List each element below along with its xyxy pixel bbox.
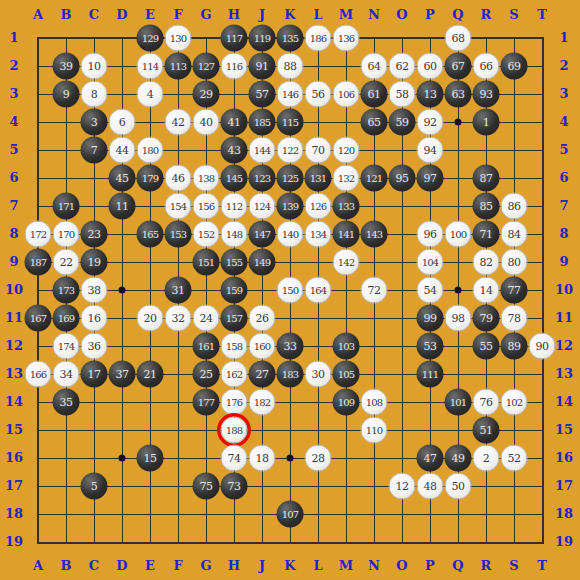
stone-move-number: 91 — [256, 61, 269, 72]
stone-J6[interactable]: 123 — [249, 165, 276, 192]
stone-H5[interactable]: 43 — [221, 137, 248, 164]
stone-B2[interactable]: 39 — [53, 53, 80, 80]
stone-move-number: 134 — [310, 229, 327, 240]
stone-move-number: 149 — [254, 257, 271, 268]
stone-move-number: 38 — [88, 285, 101, 296]
stone-move-number: 103 — [338, 341, 355, 352]
stone-H12[interactable]: 158 — [221, 333, 248, 360]
column-label-bottom: L — [304, 559, 332, 573]
stone-Q3[interactable]: 63 — [445, 81, 472, 108]
stone-E5[interactable]: 180 — [137, 137, 164, 164]
stone-S9[interactable]: 80 — [501, 249, 528, 276]
stone-move-number: 62 — [396, 61, 409, 72]
stone-move-number: 133 — [338, 201, 355, 212]
stone-N4[interactable]: 65 — [361, 109, 388, 136]
stone-move-number: 39 — [60, 61, 73, 72]
row-label-right: 13 — [552, 367, 576, 381]
stone-S7[interactable]: 86 — [501, 193, 528, 220]
stone-K10[interactable]: 150 — [277, 277, 304, 304]
row-label-right: 4 — [552, 115, 576, 129]
stone-move-number: 77 — [508, 285, 521, 296]
stone-move-number: 122 — [282, 145, 299, 156]
stone-M3[interactable]: 106 — [333, 81, 360, 108]
stone-move-number: 142 — [338, 257, 355, 268]
stone-E6[interactable]: 179 — [137, 165, 164, 192]
stone-N8[interactable]: 143 — [361, 221, 388, 248]
stone-H6[interactable]: 145 — [221, 165, 248, 192]
stone-S2[interactable]: 69 — [501, 53, 528, 80]
stone-A13[interactable]: 166 — [25, 361, 52, 388]
stone-N2[interactable]: 64 — [361, 53, 388, 80]
stone-move-number: 12 — [396, 481, 409, 492]
stone-N10[interactable]: 72 — [361, 277, 388, 304]
stone-move-number: 140 — [282, 229, 299, 240]
stone-J1[interactable]: 119 — [249, 25, 276, 52]
stone-move-number: 25 — [200, 369, 213, 380]
stone-K3[interactable]: 146 — [277, 81, 304, 108]
stone-A9[interactable]: 187 — [25, 249, 52, 276]
stone-M1[interactable]: 136 — [333, 25, 360, 52]
row-label-left: 16 — [2, 451, 26, 465]
column-label-top: O — [388, 8, 416, 22]
stone-B3[interactable]: 9 — [53, 81, 80, 108]
stone-T12[interactable]: 90 — [529, 333, 556, 360]
column-label-bottom: O — [388, 559, 416, 573]
stone-R10[interactable]: 14 — [473, 277, 500, 304]
stone-L7[interactable]: 126 — [305, 193, 332, 220]
stone-Q17[interactable]: 50 — [445, 473, 472, 500]
stone-F11[interactable]: 32 — [165, 305, 192, 332]
row-label-left: 6 — [2, 171, 26, 185]
stone-M12[interactable]: 103 — [333, 333, 360, 360]
stone-F10[interactable]: 31 — [165, 277, 192, 304]
stone-R8[interactable]: 71 — [473, 221, 500, 248]
stone-P11[interactable]: 99 — [417, 305, 444, 332]
stone-move-number: 171 — [58, 201, 75, 212]
stone-P6[interactable]: 97 — [417, 165, 444, 192]
stone-K7[interactable]: 139 — [277, 193, 304, 220]
stone-A8[interactable]: 172 — [25, 221, 52, 248]
stone-C13[interactable]: 17 — [81, 361, 108, 388]
column-label-bottom: T — [528, 559, 556, 573]
stone-move-number: 144 — [254, 145, 271, 156]
stone-C9[interactable]: 19 — [81, 249, 108, 276]
stone-G2[interactable]: 127 — [193, 53, 220, 80]
stone-move-number: 104 — [422, 257, 439, 268]
stone-B12[interactable]: 174 — [53, 333, 80, 360]
stone-move-number: 155 — [226, 257, 243, 268]
column-label-top: E — [136, 8, 164, 22]
stone-move-number: 105 — [338, 369, 355, 380]
stone-L6[interactable]: 131 — [305, 165, 332, 192]
stone-move-number: 120 — [338, 145, 355, 156]
stone-K8[interactable]: 140 — [277, 221, 304, 248]
stone-L1[interactable]: 186 — [305, 25, 332, 52]
stone-E13[interactable]: 21 — [137, 361, 164, 388]
row-label-left: 10 — [2, 283, 26, 297]
stone-E2[interactable]: 114 — [137, 53, 164, 80]
stone-Q2[interactable]: 67 — [445, 53, 472, 80]
stone-move-number: 151 — [198, 257, 215, 268]
stone-move-number: 33 — [284, 341, 297, 352]
stone-move-number: 108 — [366, 397, 383, 408]
stone-B13[interactable]: 34 — [53, 361, 80, 388]
stone-H8[interactable]: 148 — [221, 221, 248, 248]
stone-O2[interactable]: 62 — [389, 53, 416, 80]
stone-move-number: 68 — [452, 33, 465, 44]
row-label-left: 8 — [2, 227, 26, 241]
stone-F6[interactable]: 46 — [165, 165, 192, 192]
stone-L8[interactable]: 134 — [305, 221, 332, 248]
stone-move-number: 127 — [198, 61, 215, 72]
stone-N3[interactable]: 61 — [361, 81, 388, 108]
stone-B10[interactable]: 173 — [53, 277, 80, 304]
stone-move-number: 123 — [254, 173, 271, 184]
stone-move-number: 132 — [338, 173, 355, 184]
stone-move-number: 76 — [480, 397, 493, 408]
stone-R4[interactable]: 1 — [473, 109, 500, 136]
stone-Q1[interactable]: 68 — [445, 25, 472, 52]
stone-move-number: 79 — [480, 313, 493, 324]
stone-R7[interactable]: 85 — [473, 193, 500, 220]
stone-move-number: 102 — [506, 397, 523, 408]
stone-move-number: 162 — [226, 369, 243, 380]
row-label-right: 19 — [552, 535, 576, 549]
stone-A11[interactable]: 167 — [25, 305, 52, 332]
stone-move-number: 145 — [226, 173, 243, 184]
stone-move-number: 86 — [508, 201, 521, 212]
go-board: AABBCCDDEEFFGGHHJJKKLLMMNNOOPPQQRRSSTT11… — [0, 0, 580, 580]
stone-O4[interactable]: 59 — [389, 109, 416, 136]
stone-B8[interactable]: 170 — [53, 221, 80, 248]
stone-F8[interactable]: 153 — [165, 221, 192, 248]
stone-move-number: 159 — [226, 285, 243, 296]
stone-move-number: 98 — [452, 313, 465, 324]
row-label-right: 11 — [552, 311, 576, 325]
stone-move-number: 111 — [422, 369, 439, 380]
stone-C4[interactable]: 3 — [81, 109, 108, 136]
stone-L5[interactable]: 70 — [305, 137, 332, 164]
stone-G17[interactable]: 75 — [193, 473, 220, 500]
stone-R2[interactable]: 66 — [473, 53, 500, 80]
stone-K2[interactable]: 88 — [277, 53, 304, 80]
stone-O3[interactable]: 58 — [389, 81, 416, 108]
column-label-top: G — [192, 8, 220, 22]
column-label-top: C — [80, 8, 108, 22]
stone-G3[interactable]: 29 — [193, 81, 220, 108]
stone-move-number: 65 — [368, 117, 381, 128]
stone-move-number: 116 — [226, 61, 243, 72]
stone-M14[interactable]: 109 — [333, 389, 360, 416]
stone-G8[interactable]: 152 — [193, 221, 220, 248]
star-point — [287, 455, 294, 462]
stone-E16[interactable]: 15 — [137, 445, 164, 472]
stone-move-number: 156 — [198, 201, 215, 212]
stone-move-number: 48 — [424, 481, 437, 492]
stone-P10[interactable]: 54 — [417, 277, 444, 304]
stone-move-number: 22 — [60, 257, 73, 268]
stone-F4[interactable]: 42 — [165, 109, 192, 136]
stone-D4[interactable]: 6 — [109, 109, 136, 136]
stone-H10[interactable]: 159 — [221, 277, 248, 304]
stone-G11[interactable]: 24 — [193, 305, 220, 332]
stone-P13[interactable]: 111 — [417, 361, 444, 388]
stone-move-number: 69 — [508, 61, 521, 72]
stone-B14[interactable]: 35 — [53, 389, 80, 416]
column-label-top: M — [332, 8, 360, 22]
stone-move-number: 70 — [312, 145, 325, 156]
stone-C10[interactable]: 38 — [81, 277, 108, 304]
stone-R12[interactable]: 55 — [473, 333, 500, 360]
stone-Q14[interactable]: 101 — [445, 389, 472, 416]
stone-R3[interactable]: 93 — [473, 81, 500, 108]
stone-H7[interactable]: 112 — [221, 193, 248, 220]
row-label-right: 7 — [552, 199, 576, 213]
stone-move-number: 115 — [282, 117, 299, 128]
stone-R6[interactable]: 87 — [473, 165, 500, 192]
stone-H14[interactable]: 176 — [221, 389, 248, 416]
stone-S8[interactable]: 84 — [501, 221, 528, 248]
stone-R15[interactable]: 51 — [473, 417, 500, 444]
stone-J13[interactable]: 27 — [249, 361, 276, 388]
row-label-left: 3 — [2, 87, 26, 101]
stone-E1[interactable]: 129 — [137, 25, 164, 52]
stone-R11[interactable]: 79 — [473, 305, 500, 332]
row-label-left: 1 — [2, 31, 26, 45]
stone-G13[interactable]: 25 — [193, 361, 220, 388]
stone-J11[interactable]: 26 — [249, 305, 276, 332]
stone-move-number: 73 — [228, 481, 241, 492]
stone-G4[interactable]: 40 — [193, 109, 220, 136]
stone-H13[interactable]: 162 — [221, 361, 248, 388]
stone-move-number: 93 — [480, 89, 493, 100]
stone-move-number: 53 — [424, 341, 437, 352]
stone-H9[interactable]: 155 — [221, 249, 248, 276]
column-label-top: L — [304, 8, 332, 22]
stone-F2[interactable]: 113 — [165, 53, 192, 80]
stone-L3[interactable]: 56 — [305, 81, 332, 108]
stone-G6[interactable]: 138 — [193, 165, 220, 192]
stone-S16[interactable]: 52 — [501, 445, 528, 472]
stone-move-number: 185 — [254, 117, 271, 128]
stone-move-number: 37 — [116, 369, 129, 380]
stone-E11[interactable]: 20 — [137, 305, 164, 332]
stone-move-number: 97 — [424, 173, 437, 184]
stone-O6[interactable]: 95 — [389, 165, 416, 192]
stone-N15[interactable]: 110 — [361, 417, 388, 444]
stone-move-number: 16 — [88, 313, 101, 324]
stone-C11[interactable]: 16 — [81, 305, 108, 332]
stone-move-number: 161 — [198, 341, 215, 352]
stone-K13[interactable]: 183 — [277, 361, 304, 388]
stone-L13[interactable]: 30 — [305, 361, 332, 388]
stone-P5[interactable]: 94 — [417, 137, 444, 164]
stone-move-number: 31 — [172, 285, 185, 296]
stone-H15[interactable]: 188 — [221, 417, 248, 444]
stone-move-number: 166 — [30, 369, 47, 380]
row-label-left: 12 — [2, 339, 26, 353]
stone-M8[interactable]: 141 — [333, 221, 360, 248]
stone-M5[interactable]: 120 — [333, 137, 360, 164]
row-label-left: 14 — [2, 395, 26, 409]
stone-O17[interactable]: 12 — [389, 473, 416, 500]
stone-N6[interactable]: 121 — [361, 165, 388, 192]
stone-move-number: 177 — [198, 397, 215, 408]
column-label-bottom: G — [192, 559, 220, 573]
stone-B11[interactable]: 169 — [53, 305, 80, 332]
stone-E8[interactable]: 165 — [137, 221, 164, 248]
stone-G9[interactable]: 151 — [193, 249, 220, 276]
stone-move-number: 46 — [172, 173, 185, 184]
stone-H4[interactable]: 41 — [221, 109, 248, 136]
stone-P4[interactable]: 92 — [417, 109, 444, 136]
stone-D13[interactable]: 37 — [109, 361, 136, 388]
row-label-left: 18 — [2, 507, 26, 521]
stone-M6[interactable]: 132 — [333, 165, 360, 192]
stone-M9[interactable]: 142 — [333, 249, 360, 276]
stone-Q11[interactable]: 98 — [445, 305, 472, 332]
stone-move-number: 42 — [172, 117, 185, 128]
stone-move-number: 14 — [480, 285, 493, 296]
star-point — [119, 287, 126, 294]
stone-move-number: 164 — [310, 285, 327, 296]
stone-R14[interactable]: 76 — [473, 389, 500, 416]
stone-K12[interactable]: 33 — [277, 333, 304, 360]
row-label-left: 5 — [2, 143, 26, 157]
stone-move-number: 78 — [508, 313, 521, 324]
stone-move-number: 157 — [226, 313, 243, 324]
stone-N14[interactable]: 108 — [361, 389, 388, 416]
row-label-right: 17 — [552, 479, 576, 493]
stone-J7[interactable]: 124 — [249, 193, 276, 220]
stone-Q8[interactable]: 100 — [445, 221, 472, 248]
stone-K6[interactable]: 125 — [277, 165, 304, 192]
stone-C8[interactable]: 23 — [81, 221, 108, 248]
stone-move-number: 112 — [226, 201, 243, 212]
stone-K18[interactable]: 107 — [277, 501, 304, 528]
stone-J16[interactable]: 18 — [249, 445, 276, 472]
stone-P3[interactable]: 13 — [417, 81, 444, 108]
stone-L16[interactable]: 28 — [305, 445, 332, 472]
stone-F7[interactable]: 154 — [165, 193, 192, 220]
row-label-right: 5 — [552, 143, 576, 157]
stone-G7[interactable]: 156 — [193, 193, 220, 220]
stone-R9[interactable]: 82 — [473, 249, 500, 276]
stone-move-number: 50 — [452, 481, 465, 492]
stone-J8[interactable]: 147 — [249, 221, 276, 248]
stone-F1[interactable]: 130 — [165, 25, 192, 52]
stone-P12[interactable]: 53 — [417, 333, 444, 360]
stone-B9[interactable]: 22 — [53, 249, 80, 276]
stone-K4[interactable]: 115 — [277, 109, 304, 136]
column-label-bottom: E — [136, 559, 164, 573]
stone-J2[interactable]: 91 — [249, 53, 276, 80]
stone-B7[interactable]: 171 — [53, 193, 80, 220]
stone-move-number: 2 — [483, 453, 490, 464]
stone-G14[interactable]: 177 — [193, 389, 220, 416]
stone-H16[interactable]: 74 — [221, 445, 248, 472]
stone-P8[interactable]: 96 — [417, 221, 444, 248]
stone-C12[interactable]: 36 — [81, 333, 108, 360]
stone-move-number: 183 — [282, 369, 299, 380]
stone-R16[interactable]: 2 — [473, 445, 500, 472]
stone-J12[interactable]: 160 — [249, 333, 276, 360]
stone-move-number: 182 — [254, 397, 271, 408]
stone-J4[interactable]: 185 — [249, 109, 276, 136]
column-label-bottom: M — [332, 559, 360, 573]
stone-J5[interactable]: 144 — [249, 137, 276, 164]
stone-K1[interactable]: 135 — [277, 25, 304, 52]
stone-J9[interactable]: 149 — [249, 249, 276, 276]
column-label-top: T — [528, 8, 556, 22]
stone-M7[interactable]: 133 — [333, 193, 360, 220]
stone-P16[interactable]: 47 — [417, 445, 444, 472]
stone-H11[interactable]: 157 — [221, 305, 248, 332]
stone-H1[interactable]: 117 — [221, 25, 248, 52]
stone-J3[interactable]: 57 — [249, 81, 276, 108]
stone-D7[interactable]: 11 — [109, 193, 136, 220]
stone-C3[interactable]: 8 — [81, 81, 108, 108]
stone-D5[interactable]: 44 — [109, 137, 136, 164]
row-label-left: 9 — [2, 255, 26, 269]
stone-P17[interactable]: 48 — [417, 473, 444, 500]
stone-move-number: 117 — [226, 33, 243, 44]
column-label-bottom: H — [220, 559, 248, 573]
stone-S12[interactable]: 89 — [501, 333, 528, 360]
stone-E3[interactable]: 4 — [137, 81, 164, 108]
stone-G12[interactable]: 161 — [193, 333, 220, 360]
stone-H2[interactable]: 116 — [221, 53, 248, 80]
stone-move-number: 11 — [116, 201, 129, 212]
row-label-right: 10 — [552, 283, 576, 297]
stone-move-number: 107 — [282, 509, 299, 520]
stone-C5[interactable]: 7 — [81, 137, 108, 164]
stone-D6[interactable]: 45 — [109, 165, 136, 192]
stone-K5[interactable]: 122 — [277, 137, 304, 164]
stone-S10[interactable]: 77 — [501, 277, 528, 304]
stone-H17[interactable]: 73 — [221, 473, 248, 500]
stone-S11[interactable]: 78 — [501, 305, 528, 332]
stone-move-number: 71 — [480, 229, 493, 240]
stone-move-number: 27 — [256, 369, 269, 380]
stone-M13[interactable]: 105 — [333, 361, 360, 388]
stone-move-number: 1 — [483, 117, 490, 128]
stone-P2[interactable]: 60 — [417, 53, 444, 80]
row-label-left: 4 — [2, 115, 26, 129]
column-label-bottom: D — [108, 559, 136, 573]
column-label-bottom: R — [472, 559, 500, 573]
stone-S14[interactable]: 102 — [501, 389, 528, 416]
stone-move-number: 180 — [142, 145, 159, 156]
row-label-right: 1 — [552, 31, 576, 45]
stone-move-number: 45 — [116, 173, 129, 184]
column-label-bottom: S — [500, 559, 528, 573]
column-label-top: R — [472, 8, 500, 22]
stone-move-number: 57 — [256, 89, 269, 100]
stone-L10[interactable]: 164 — [305, 277, 332, 304]
stone-move-number: 99 — [424, 313, 437, 324]
stone-move-number: 94 — [424, 145, 437, 156]
stone-move-number: 167 — [30, 313, 47, 324]
column-label-bottom: F — [164, 559, 192, 573]
stone-Q16[interactable]: 49 — [445, 445, 472, 472]
stone-C2[interactable]: 10 — [81, 53, 108, 80]
stone-J14[interactable]: 182 — [249, 389, 276, 416]
stone-move-number: 150 — [282, 285, 299, 296]
stone-P9[interactable]: 104 — [417, 249, 444, 276]
stone-C17[interactable]: 5 — [81, 473, 108, 500]
stone-move-number: 40 — [200, 117, 213, 128]
